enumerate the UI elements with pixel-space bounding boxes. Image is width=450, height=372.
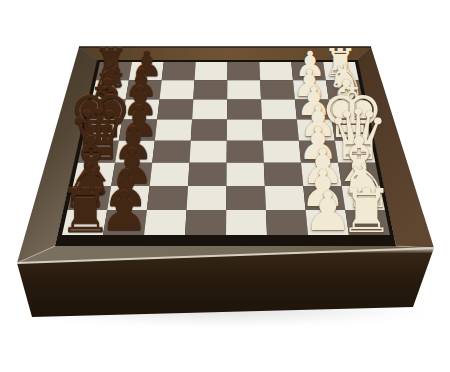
square-e4[interactable] bbox=[227, 120, 263, 141]
square-d4[interactable] bbox=[227, 141, 264, 163]
square-h4[interactable] bbox=[227, 62, 260, 80]
square-h6[interactable] bbox=[162, 62, 196, 80]
square-a6[interactable] bbox=[144, 210, 187, 235]
square-d5[interactable] bbox=[189, 141, 226, 163]
square-f4[interactable] bbox=[227, 99, 262, 119]
piece-black-pawn-a7[interactable]: ♟ bbox=[100, 185, 149, 239]
square-g5[interactable] bbox=[193, 80, 227, 99]
square-f3[interactable] bbox=[261, 99, 297, 119]
square-a4[interactable] bbox=[226, 210, 267, 235]
square-b5[interactable] bbox=[187, 186, 227, 210]
square-c4[interactable] bbox=[226, 163, 264, 186]
square-f5[interactable] bbox=[192, 99, 227, 119]
square-c5[interactable] bbox=[188, 163, 227, 186]
piece-white-rook-a1[interactable]: ♜ bbox=[340, 181, 394, 241]
square-e5[interactable] bbox=[191, 120, 227, 141]
square-a5[interactable] bbox=[185, 210, 226, 235]
square-g3[interactable] bbox=[260, 80, 295, 99]
square-g4[interactable] bbox=[227, 80, 261, 99]
square-g6[interactable] bbox=[159, 80, 194, 99]
square-e3[interactable] bbox=[262, 120, 299, 141]
square-d3[interactable] bbox=[263, 141, 301, 163]
square-h3[interactable] bbox=[259, 62, 293, 80]
square-b4[interactable] bbox=[226, 186, 266, 210]
square-f6[interactable] bbox=[157, 99, 193, 119]
square-e6[interactable] bbox=[155, 120, 192, 141]
chess-set-scene: ♜♟♟♜♞♟♟♞♝♟♟♝♚♟♟♚♛♟♟♛♝♟♟♝♞♟♟♞♜♟♟♜ bbox=[0, 0, 450, 372]
square-c6[interactable] bbox=[150, 163, 190, 186]
square-h5[interactable] bbox=[195, 62, 228, 80]
